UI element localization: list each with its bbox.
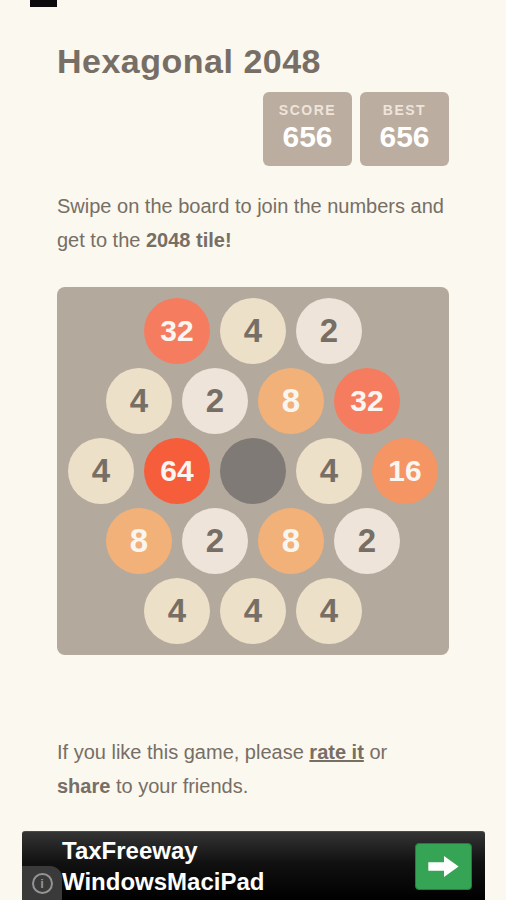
ad-banner[interactable]: TaxFreeway WindowsMaciPad i [22, 831, 485, 900]
ad-cta-button[interactable] [415, 843, 472, 890]
best-label: BEST [360, 102, 449, 118]
status-bar-remnant [30, 0, 57, 7]
score-label: SCORE [263, 102, 352, 118]
page-title: Hexagonal 2048 [57, 42, 321, 81]
tile-empty [220, 438, 286, 504]
instructions-prefix: Swipe on the board to join the numbers a… [57, 195, 444, 251]
score-badges: SCORE 656 BEST 656 [263, 92, 449, 166]
ad-text: TaxFreeway WindowsMaciPad [62, 835, 264, 897]
tile-2: 2 [296, 298, 362, 364]
ad-info-badge[interactable]: i [22, 866, 62, 900]
ad-line1: TaxFreeway [62, 835, 264, 866]
tile-4: 4 [68, 438, 134, 504]
footer-part2: or [364, 741, 387, 763]
footer-part1: If you like this game, please [57, 741, 309, 763]
ad-line2: WindowsMaciPad [62, 866, 264, 897]
rate-it-link[interactable]: rate it [309, 741, 363, 763]
arrow-right-icon [428, 855, 460, 878]
tile-2: 2 [182, 508, 248, 574]
tile-2: 2 [334, 508, 400, 574]
score-badge: SCORE 656 [263, 92, 352, 166]
instructions-text: Swipe on the board to join the numbers a… [57, 189, 452, 257]
tile-16: 16 [372, 438, 438, 504]
share-link[interactable]: share [57, 775, 110, 797]
tile-4: 4 [144, 578, 210, 644]
tile-4: 4 [296, 438, 362, 504]
tile-4: 4 [106, 368, 172, 434]
board[interactable]: 3242428324644168282444 [57, 287, 449, 655]
best-value: 656 [360, 120, 449, 154]
instructions-goal: 2048 tile! [146, 229, 232, 251]
tile-8: 8 [258, 368, 324, 434]
tile-32: 32 [144, 298, 210, 364]
tile-32: 32 [334, 368, 400, 434]
tile-4: 4 [220, 578, 286, 644]
score-value: 656 [263, 120, 352, 154]
tile-8: 8 [106, 508, 172, 574]
info-icon-letter: i [40, 876, 44, 891]
tile-4: 4 [220, 298, 286, 364]
best-badge: BEST 656 [360, 92, 449, 166]
footer-part3: to your friends. [110, 775, 248, 797]
tile-64: 64 [144, 438, 210, 504]
info-icon: i [32, 873, 53, 894]
footer-text: If you like this game, please rate it or… [57, 735, 442, 803]
app-screen: Hexagonal 2048 SCORE 656 BEST 656 Swipe … [0, 0, 506, 900]
tile-2: 2 [182, 368, 248, 434]
tile-4: 4 [296, 578, 362, 644]
tile-8: 8 [258, 508, 324, 574]
